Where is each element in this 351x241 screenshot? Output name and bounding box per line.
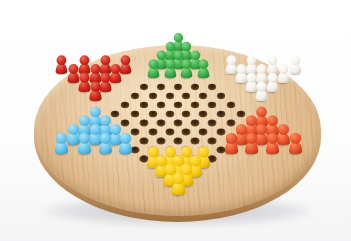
hole[interactable] (191, 102, 199, 109)
peg-green[interactable] (197, 59, 210, 78)
hole[interactable] (165, 111, 174, 118)
hole[interactable] (121, 102, 129, 109)
hole[interactable] (182, 129, 191, 136)
hole[interactable] (199, 93, 207, 99)
hole[interactable] (157, 102, 165, 109)
peg-white[interactable] (288, 55, 300, 74)
hole[interactable] (217, 93, 225, 99)
peg-head (57, 55, 67, 65)
hole[interactable] (157, 137, 166, 144)
hole[interactable] (199, 111, 208, 118)
hole[interactable] (182, 111, 191, 118)
hole[interactable] (140, 102, 148, 109)
board-cells (0, 0, 351, 241)
peg-head (278, 64, 288, 74)
peg-head (245, 133, 256, 144)
peg-red[interactable] (88, 81, 101, 101)
peg-head (110, 64, 120, 74)
peg-orange[interactable] (244, 133, 258, 154)
peg-head (267, 55, 277, 65)
peg-head (290, 55, 300, 65)
peg-orange[interactable] (265, 133, 279, 154)
hole[interactable] (182, 93, 190, 99)
peg-head (148, 59, 158, 69)
peg-head (256, 64, 266, 74)
hole[interactable] (157, 84, 165, 90)
peg-green[interactable] (163, 59, 176, 78)
peg-head (198, 59, 208, 69)
peg-green[interactable] (146, 59, 159, 78)
hole[interactable] (130, 93, 138, 99)
peg-head (267, 73, 277, 83)
peg-white[interactable] (255, 81, 268, 101)
hole[interactable] (121, 120, 130, 127)
hole[interactable] (148, 129, 157, 136)
hole[interactable] (227, 102, 235, 109)
peg-blue[interactable] (77, 133, 91, 154)
peg-blue[interactable] (118, 133, 132, 154)
peg-head (100, 133, 111, 144)
hole[interactable] (174, 102, 182, 109)
hole[interactable] (111, 111, 120, 118)
peg-orange[interactable] (224, 133, 238, 154)
peg-orange[interactable] (287, 133, 301, 154)
hole[interactable] (166, 93, 174, 99)
hole[interactable] (208, 137, 217, 144)
peg-white[interactable] (277, 64, 290, 83)
peg-head (79, 133, 90, 144)
peg-head (120, 133, 131, 144)
peg-head (56, 133, 67, 144)
hole[interactable] (165, 129, 174, 136)
peg-head (289, 133, 300, 144)
hole[interactable] (217, 111, 226, 118)
peg-head (172, 172, 184, 184)
hole[interactable] (140, 84, 148, 90)
peg-head (90, 81, 100, 91)
hole[interactable] (148, 93, 156, 99)
hole[interactable] (190, 137, 199, 144)
peg-yellow[interactable] (170, 172, 185, 195)
hole[interactable] (191, 84, 199, 90)
peg-head (277, 124, 288, 135)
hole[interactable] (208, 84, 216, 90)
hole[interactable] (157, 120, 166, 127)
hole[interactable] (173, 137, 182, 144)
hole[interactable] (174, 84, 182, 90)
product-photo-scene (0, 0, 351, 241)
hole[interactable] (148, 111, 157, 118)
hole[interactable] (208, 120, 217, 127)
hole[interactable] (208, 102, 216, 109)
peg-head (256, 81, 266, 91)
peg-head (165, 59, 175, 69)
hole[interactable] (139, 120, 148, 127)
peg-blue[interactable] (54, 133, 68, 154)
peg-head (79, 55, 89, 65)
peg-head (225, 133, 236, 144)
peg-head (181, 59, 191, 69)
peg-green[interactable] (180, 59, 193, 78)
peg-blue[interactable] (98, 133, 112, 154)
peg-head (68, 64, 78, 74)
peg-head (266, 133, 277, 144)
hole[interactable] (174, 120, 183, 127)
hole[interactable] (199, 129, 208, 136)
hole[interactable] (130, 111, 139, 118)
hole[interactable] (190, 120, 199, 127)
hole[interactable] (139, 137, 148, 144)
peg-head (120, 55, 130, 65)
peg-head (100, 73, 110, 83)
